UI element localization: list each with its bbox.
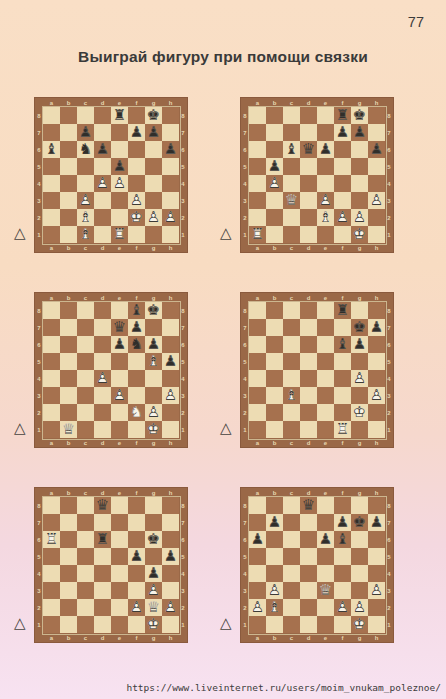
coordinate-label: 4 bbox=[241, 565, 249, 582]
square-d3 bbox=[94, 192, 111, 209]
square-g2: ♚♔ bbox=[351, 404, 368, 421]
coordinate-label bbox=[35, 98, 43, 107]
square-h1 bbox=[368, 616, 385, 633]
square-b6 bbox=[266, 531, 283, 548]
square-a2 bbox=[43, 209, 60, 226]
white-pawn: ♟♙ bbox=[145, 209, 162, 226]
coordinate-label: 3 bbox=[179, 192, 187, 209]
square-a8 bbox=[43, 497, 60, 514]
square-b6 bbox=[60, 336, 77, 353]
square-h7: ♟♙ bbox=[368, 514, 385, 531]
white-pawn: ♟♙ bbox=[111, 387, 128, 404]
black-pawn: ♟♙ bbox=[351, 336, 368, 353]
white-pawn: ♟♙ bbox=[128, 192, 145, 209]
square-h4 bbox=[368, 175, 385, 192]
square-b1 bbox=[266, 226, 283, 243]
coordinate-label: 3 bbox=[241, 192, 249, 209]
white-queen: ♛♕ bbox=[317, 582, 334, 599]
square-g4: ♟♙ bbox=[351, 370, 368, 387]
white-queen: ♛♕ bbox=[60, 421, 77, 438]
square-e5 bbox=[317, 353, 334, 370]
square-e6 bbox=[111, 141, 128, 158]
square-a1 bbox=[43, 421, 60, 438]
square-f2: ♟♙ bbox=[334, 209, 351, 226]
square-f2: ♟♙ bbox=[128, 599, 145, 616]
square-f5 bbox=[128, 353, 145, 370]
coordinate-label: e bbox=[317, 633, 334, 642]
square-g8 bbox=[351, 302, 368, 319]
white-to-move-indicator: △ bbox=[14, 421, 34, 448]
square-c6: ♞♘ bbox=[77, 141, 94, 158]
square-c3: ♟♙ bbox=[77, 192, 94, 209]
coordinate-label: 8 bbox=[385, 107, 393, 124]
coordinate-label: 8 bbox=[385, 302, 393, 319]
coordinate-label: c bbox=[77, 98, 94, 107]
square-b7 bbox=[60, 514, 77, 531]
coordinate-label: b bbox=[266, 438, 283, 447]
square-e5 bbox=[317, 548, 334, 565]
coordinate-label bbox=[179, 243, 187, 252]
square-g3 bbox=[351, 387, 368, 404]
coordinate-label: 4 bbox=[179, 175, 187, 192]
square-a1 bbox=[43, 226, 60, 243]
square-f3 bbox=[334, 192, 351, 209]
coordinate-label: h bbox=[368, 438, 385, 447]
coordinate-label bbox=[241, 98, 249, 107]
coordinate-label: 7 bbox=[385, 124, 393, 141]
square-e2 bbox=[111, 404, 128, 421]
square-h2: ♟♙ bbox=[162, 209, 179, 226]
square-g1: ♚♔ bbox=[145, 616, 162, 633]
footer-url: https://www.liveinternet.ru/users/moim_v… bbox=[126, 682, 441, 693]
square-c4 bbox=[283, 565, 300, 582]
square-d7 bbox=[94, 124, 111, 141]
white-bishop: ♝♗ bbox=[145, 353, 162, 370]
coordinate-label bbox=[385, 293, 393, 302]
square-c2 bbox=[283, 404, 300, 421]
chess-board-1: abcdefgh8♜♖♚♔87♟♙♟♙♟♙76♝♗♞♘♟♙♟♙65♟♙54♟♙♟… bbox=[34, 97, 188, 253]
coordinate-label: 7 bbox=[35, 124, 43, 141]
coordinate-label: 5 bbox=[241, 548, 249, 565]
square-a1 bbox=[249, 616, 266, 633]
square-f8 bbox=[128, 497, 145, 514]
square-b5 bbox=[60, 353, 77, 370]
black-rook: ♜♖ bbox=[94, 531, 111, 548]
coordinate-label bbox=[35, 293, 43, 302]
square-d6 bbox=[94, 336, 111, 353]
square-e4 bbox=[111, 370, 128, 387]
black-pawn: ♟♙ bbox=[334, 124, 351, 141]
square-g8 bbox=[145, 497, 162, 514]
square-g3 bbox=[145, 192, 162, 209]
square-f8 bbox=[128, 107, 145, 124]
square-c6: ♝♗ bbox=[283, 141, 300, 158]
coordinate-label: 6 bbox=[241, 531, 249, 548]
square-d7 bbox=[94, 319, 111, 336]
black-rook: ♜♖ bbox=[334, 107, 351, 124]
square-h3: ♟♙ bbox=[162, 387, 179, 404]
square-h1 bbox=[162, 421, 179, 438]
square-b3 bbox=[60, 387, 77, 404]
square-f8 bbox=[334, 497, 351, 514]
chess-board-5: abcdefgh8♛♕8776♜♖♜♖♚♔65♟♙♟♙54♟♙43♟♙32♟♙♛… bbox=[34, 487, 188, 643]
square-a1: ♜♖ bbox=[249, 226, 266, 243]
square-b4: ♟♙ bbox=[266, 175, 283, 192]
coordinate-label bbox=[241, 243, 249, 252]
square-b1 bbox=[60, 616, 77, 633]
coordinate-label: c bbox=[283, 488, 300, 497]
coordinate-label: d bbox=[300, 98, 317, 107]
square-c5 bbox=[77, 158, 94, 175]
coordinate-label: g bbox=[351, 633, 368, 642]
coordinate-label: 8 bbox=[385, 497, 393, 514]
coordinate-label: 3 bbox=[241, 387, 249, 404]
coordinate-label: g bbox=[145, 243, 162, 252]
square-f4 bbox=[334, 565, 351, 582]
square-a2 bbox=[43, 599, 60, 616]
square-a4 bbox=[249, 370, 266, 387]
square-a6 bbox=[43, 336, 60, 353]
white-queen: ♛♕ bbox=[283, 192, 300, 209]
coordinate-label bbox=[241, 438, 249, 447]
square-h2 bbox=[162, 404, 179, 421]
coordinate-label: d bbox=[94, 293, 111, 302]
square-g7: ♟♙ bbox=[351, 124, 368, 141]
coordinate-label: h bbox=[162, 98, 179, 107]
white-bishop: ♝♗ bbox=[317, 209, 334, 226]
square-f1: ♜♖ bbox=[334, 421, 351, 438]
coordinate-label: 6 bbox=[241, 141, 249, 158]
white-to-move-indicator: △ bbox=[220, 226, 240, 253]
square-b4 bbox=[60, 175, 77, 192]
square-g8 bbox=[351, 497, 368, 514]
square-g7 bbox=[145, 319, 162, 336]
black-king: ♚♔ bbox=[351, 107, 368, 124]
coordinate-label: 2 bbox=[241, 404, 249, 421]
coordinate-label: c bbox=[77, 633, 94, 642]
square-c4 bbox=[283, 175, 300, 192]
black-pawn: ♟♙ bbox=[162, 548, 179, 565]
square-g4: ♟♙ bbox=[145, 565, 162, 582]
square-c7 bbox=[283, 124, 300, 141]
square-c4 bbox=[283, 370, 300, 387]
square-a7 bbox=[43, 124, 60, 141]
coordinate-label: b bbox=[266, 488, 283, 497]
square-d2 bbox=[300, 404, 317, 421]
white-king: ♚♔ bbox=[351, 616, 368, 633]
black-bishop: ♝♗ bbox=[334, 531, 351, 548]
coordinate-label: f bbox=[334, 633, 351, 642]
square-a6: ♜♖ bbox=[43, 531, 60, 548]
square-h8 bbox=[162, 497, 179, 514]
square-g7: ♟♙ bbox=[145, 124, 162, 141]
square-e3: ♛♕ bbox=[317, 582, 334, 599]
square-c6 bbox=[283, 531, 300, 548]
square-h1 bbox=[162, 616, 179, 633]
square-e8 bbox=[317, 302, 334, 319]
square-c8 bbox=[283, 497, 300, 514]
square-e6 bbox=[111, 531, 128, 548]
square-h8 bbox=[368, 302, 385, 319]
square-d3 bbox=[300, 387, 317, 404]
square-h5: ♟♙ bbox=[162, 548, 179, 565]
black-pawn: ♟♙ bbox=[145, 336, 162, 353]
square-b4 bbox=[60, 370, 77, 387]
coordinate-label: 5 bbox=[385, 548, 393, 565]
black-pawn: ♟♙ bbox=[317, 141, 334, 158]
coordinate-label: f bbox=[334, 438, 351, 447]
coordinate-label: 1 bbox=[179, 421, 187, 438]
square-c1 bbox=[283, 226, 300, 243]
coordinate-label: b bbox=[266, 98, 283, 107]
square-h6 bbox=[368, 531, 385, 548]
coordinate-label: 6 bbox=[179, 141, 187, 158]
square-f8: ♜♖ bbox=[334, 302, 351, 319]
white-pawn: ♟♙ bbox=[162, 599, 179, 616]
coordinate-label: 2 bbox=[179, 404, 187, 421]
square-c1 bbox=[77, 616, 94, 633]
square-e5 bbox=[111, 353, 128, 370]
square-h6 bbox=[368, 336, 385, 353]
square-c2 bbox=[77, 599, 94, 616]
coordinate-label: d bbox=[300, 633, 317, 642]
coordinate-label: 7 bbox=[179, 514, 187, 531]
square-g3 bbox=[351, 192, 368, 209]
square-c3 bbox=[77, 582, 94, 599]
square-c3 bbox=[283, 582, 300, 599]
coordinate-label: 8 bbox=[241, 107, 249, 124]
coordinate-label: h bbox=[368, 293, 385, 302]
white-pawn: ♟♙ bbox=[162, 209, 179, 226]
square-g2: ♟♙ bbox=[145, 404, 162, 421]
coordinate-label: 5 bbox=[35, 548, 43, 565]
square-f6: ♝♗ bbox=[334, 531, 351, 548]
square-c5 bbox=[283, 353, 300, 370]
square-f8: ♜♖ bbox=[334, 107, 351, 124]
square-f4 bbox=[128, 175, 145, 192]
square-a3 bbox=[249, 582, 266, 599]
white-pawn: ♟♙ bbox=[111, 175, 128, 192]
coordinate-label: 2 bbox=[241, 599, 249, 616]
coordinate-label bbox=[179, 293, 187, 302]
square-b8 bbox=[266, 302, 283, 319]
diagram-4: △ abcdefgh8♜♖87♚♔♟♙76♝♗♟♙6554♟♙43♝♗♟♙32♚… bbox=[220, 292, 394, 448]
square-g4 bbox=[351, 175, 368, 192]
square-e3: ♟♙ bbox=[111, 387, 128, 404]
square-d1 bbox=[300, 616, 317, 633]
coordinate-label: 4 bbox=[385, 175, 393, 192]
square-a5 bbox=[43, 548, 60, 565]
square-c4 bbox=[77, 175, 94, 192]
square-e4 bbox=[111, 565, 128, 582]
square-a3 bbox=[249, 387, 266, 404]
coordinate-label: 2 bbox=[179, 599, 187, 616]
square-f8: ♝♗ bbox=[128, 302, 145, 319]
white-pawn: ♟♙ bbox=[351, 370, 368, 387]
square-c1 bbox=[283, 616, 300, 633]
square-g2: ♛♕ bbox=[145, 599, 162, 616]
black-pawn: ♟♙ bbox=[77, 124, 94, 141]
black-bishop: ♝♗ bbox=[128, 302, 145, 319]
square-c7 bbox=[77, 319, 94, 336]
square-d6: ♛♕ bbox=[300, 141, 317, 158]
coordinate-label: f bbox=[128, 488, 145, 497]
black-queen: ♛♕ bbox=[300, 497, 317, 514]
coordinate-label: 8 bbox=[35, 107, 43, 124]
square-f4 bbox=[334, 175, 351, 192]
square-a3 bbox=[249, 192, 266, 209]
square-c2 bbox=[283, 209, 300, 226]
square-h1 bbox=[368, 226, 385, 243]
square-a3 bbox=[43, 387, 60, 404]
square-a2 bbox=[43, 404, 60, 421]
coordinate-label: h bbox=[368, 98, 385, 107]
coordinate-label: 6 bbox=[179, 531, 187, 548]
white-bishop: ♝♗ bbox=[77, 226, 94, 243]
square-g4 bbox=[351, 565, 368, 582]
coordinate-label: h bbox=[368, 633, 385, 642]
white-pawn: ♟♙ bbox=[266, 582, 283, 599]
square-g4 bbox=[145, 175, 162, 192]
white-pawn: ♟♙ bbox=[94, 370, 111, 387]
coordinate-label: h bbox=[368, 488, 385, 497]
square-c6 bbox=[77, 336, 94, 353]
coordinate-label: 8 bbox=[179, 497, 187, 514]
square-b2 bbox=[60, 599, 77, 616]
square-b7 bbox=[266, 319, 283, 336]
black-pawn: ♟♙ bbox=[128, 124, 145, 141]
black-pawn: ♟♙ bbox=[162, 141, 179, 158]
black-pawn: ♟♙ bbox=[128, 548, 145, 565]
square-c5 bbox=[283, 158, 300, 175]
coordinate-label: h bbox=[162, 293, 179, 302]
square-a6: ♝♗ bbox=[43, 141, 60, 158]
coordinate-label: a bbox=[249, 633, 266, 642]
square-c8 bbox=[77, 107, 94, 124]
square-b3: ♟♙ bbox=[266, 582, 283, 599]
square-g6: ♚♔ bbox=[145, 531, 162, 548]
square-b1: ♛♕ bbox=[60, 421, 77, 438]
square-a5 bbox=[249, 158, 266, 175]
square-c1: ♝♗ bbox=[77, 226, 94, 243]
square-d2 bbox=[94, 599, 111, 616]
square-a7 bbox=[249, 319, 266, 336]
black-pawn: ♟♙ bbox=[145, 565, 162, 582]
square-h3: ♟♙ bbox=[368, 582, 385, 599]
coordinate-label: 1 bbox=[241, 616, 249, 633]
square-e3 bbox=[111, 582, 128, 599]
coordinate-label: 7 bbox=[385, 514, 393, 531]
square-a4 bbox=[249, 175, 266, 192]
coordinate-label: b bbox=[60, 488, 77, 497]
square-g7: ♚♔ bbox=[351, 514, 368, 531]
coordinate-label: c bbox=[77, 438, 94, 447]
square-g4 bbox=[145, 370, 162, 387]
white-rook: ♜♖ bbox=[111, 226, 128, 243]
coordinate-label: 3 bbox=[385, 387, 393, 404]
square-d7 bbox=[300, 514, 317, 531]
coordinate-label bbox=[241, 293, 249, 302]
square-b1 bbox=[266, 616, 283, 633]
square-h8 bbox=[368, 107, 385, 124]
coordinate-label: 7 bbox=[179, 124, 187, 141]
square-e6: ♟♙ bbox=[111, 336, 128, 353]
square-c7 bbox=[283, 319, 300, 336]
square-d3 bbox=[94, 387, 111, 404]
square-g3: ♟♙ bbox=[145, 582, 162, 599]
square-f2: ♚♔ bbox=[128, 209, 145, 226]
coordinate-label: e bbox=[111, 488, 128, 497]
square-d7 bbox=[300, 319, 317, 336]
square-a4 bbox=[249, 565, 266, 582]
coordinate-label: 1 bbox=[385, 616, 393, 633]
black-bishop: ♝♗ bbox=[334, 336, 351, 353]
coordinate-label bbox=[241, 488, 249, 497]
square-g5 bbox=[351, 548, 368, 565]
square-f3 bbox=[334, 387, 351, 404]
square-d3 bbox=[300, 582, 317, 599]
white-king: ♚♔ bbox=[145, 421, 162, 438]
white-pawn: ♟♙ bbox=[145, 582, 162, 599]
coordinate-label: 2 bbox=[35, 599, 43, 616]
square-a8 bbox=[249, 497, 266, 514]
coordinate-label: c bbox=[77, 488, 94, 497]
coordinate-label: 8 bbox=[241, 497, 249, 514]
coordinate-label: 2 bbox=[385, 404, 393, 421]
square-d6: ♜♖ bbox=[94, 531, 111, 548]
diagram-6: △ abcdefgh8♛♕87♟♙♟♙♚♔♟♙76♟♙♟♙♝♗655443♟♙♛… bbox=[220, 487, 394, 643]
coordinate-label: 8 bbox=[241, 302, 249, 319]
coordinate-label: c bbox=[283, 293, 300, 302]
coordinate-label: b bbox=[60, 438, 77, 447]
coordinate-label: 4 bbox=[179, 565, 187, 582]
square-c4 bbox=[77, 565, 94, 582]
square-b3 bbox=[266, 387, 283, 404]
square-b6 bbox=[266, 141, 283, 158]
square-f3 bbox=[128, 387, 145, 404]
square-h1 bbox=[368, 421, 385, 438]
coordinate-label bbox=[179, 633, 187, 642]
square-c2: ♝♗ bbox=[77, 209, 94, 226]
black-queen: ♛♕ bbox=[111, 319, 128, 336]
square-c7: ♟♙ bbox=[77, 124, 94, 141]
white-to-move-indicator: △ bbox=[220, 616, 240, 643]
coordinate-label: 2 bbox=[385, 209, 393, 226]
white-pawn: ♟♙ bbox=[249, 599, 266, 616]
chess-board-3: abcdefgh8♝♗♚♔87♛♕♟♙76♟♙♞♘♟♙65♝♗♟♙54♟♙43♟… bbox=[34, 292, 188, 448]
square-d8: ♛♕ bbox=[94, 497, 111, 514]
square-g3 bbox=[351, 582, 368, 599]
coordinate-label: 3 bbox=[179, 582, 187, 599]
square-h8 bbox=[162, 107, 179, 124]
square-e2 bbox=[317, 599, 334, 616]
white-king: ♚♔ bbox=[128, 209, 145, 226]
square-d1 bbox=[94, 616, 111, 633]
square-g2: ♟♙ bbox=[145, 209, 162, 226]
square-b8 bbox=[266, 107, 283, 124]
white-rook: ♜♖ bbox=[249, 226, 266, 243]
square-d2 bbox=[94, 404, 111, 421]
square-f5 bbox=[128, 158, 145, 175]
square-f2: ♞♘ bbox=[128, 404, 145, 421]
black-bishop: ♝♗ bbox=[283, 141, 300, 158]
page-title: Выиграй фигуру при помощи связки bbox=[0, 48, 446, 66]
black-knight: ♞♘ bbox=[128, 336, 145, 353]
square-a4 bbox=[43, 370, 60, 387]
square-f6: ♝♗ bbox=[334, 336, 351, 353]
square-f6 bbox=[334, 141, 351, 158]
square-b4 bbox=[266, 370, 283, 387]
